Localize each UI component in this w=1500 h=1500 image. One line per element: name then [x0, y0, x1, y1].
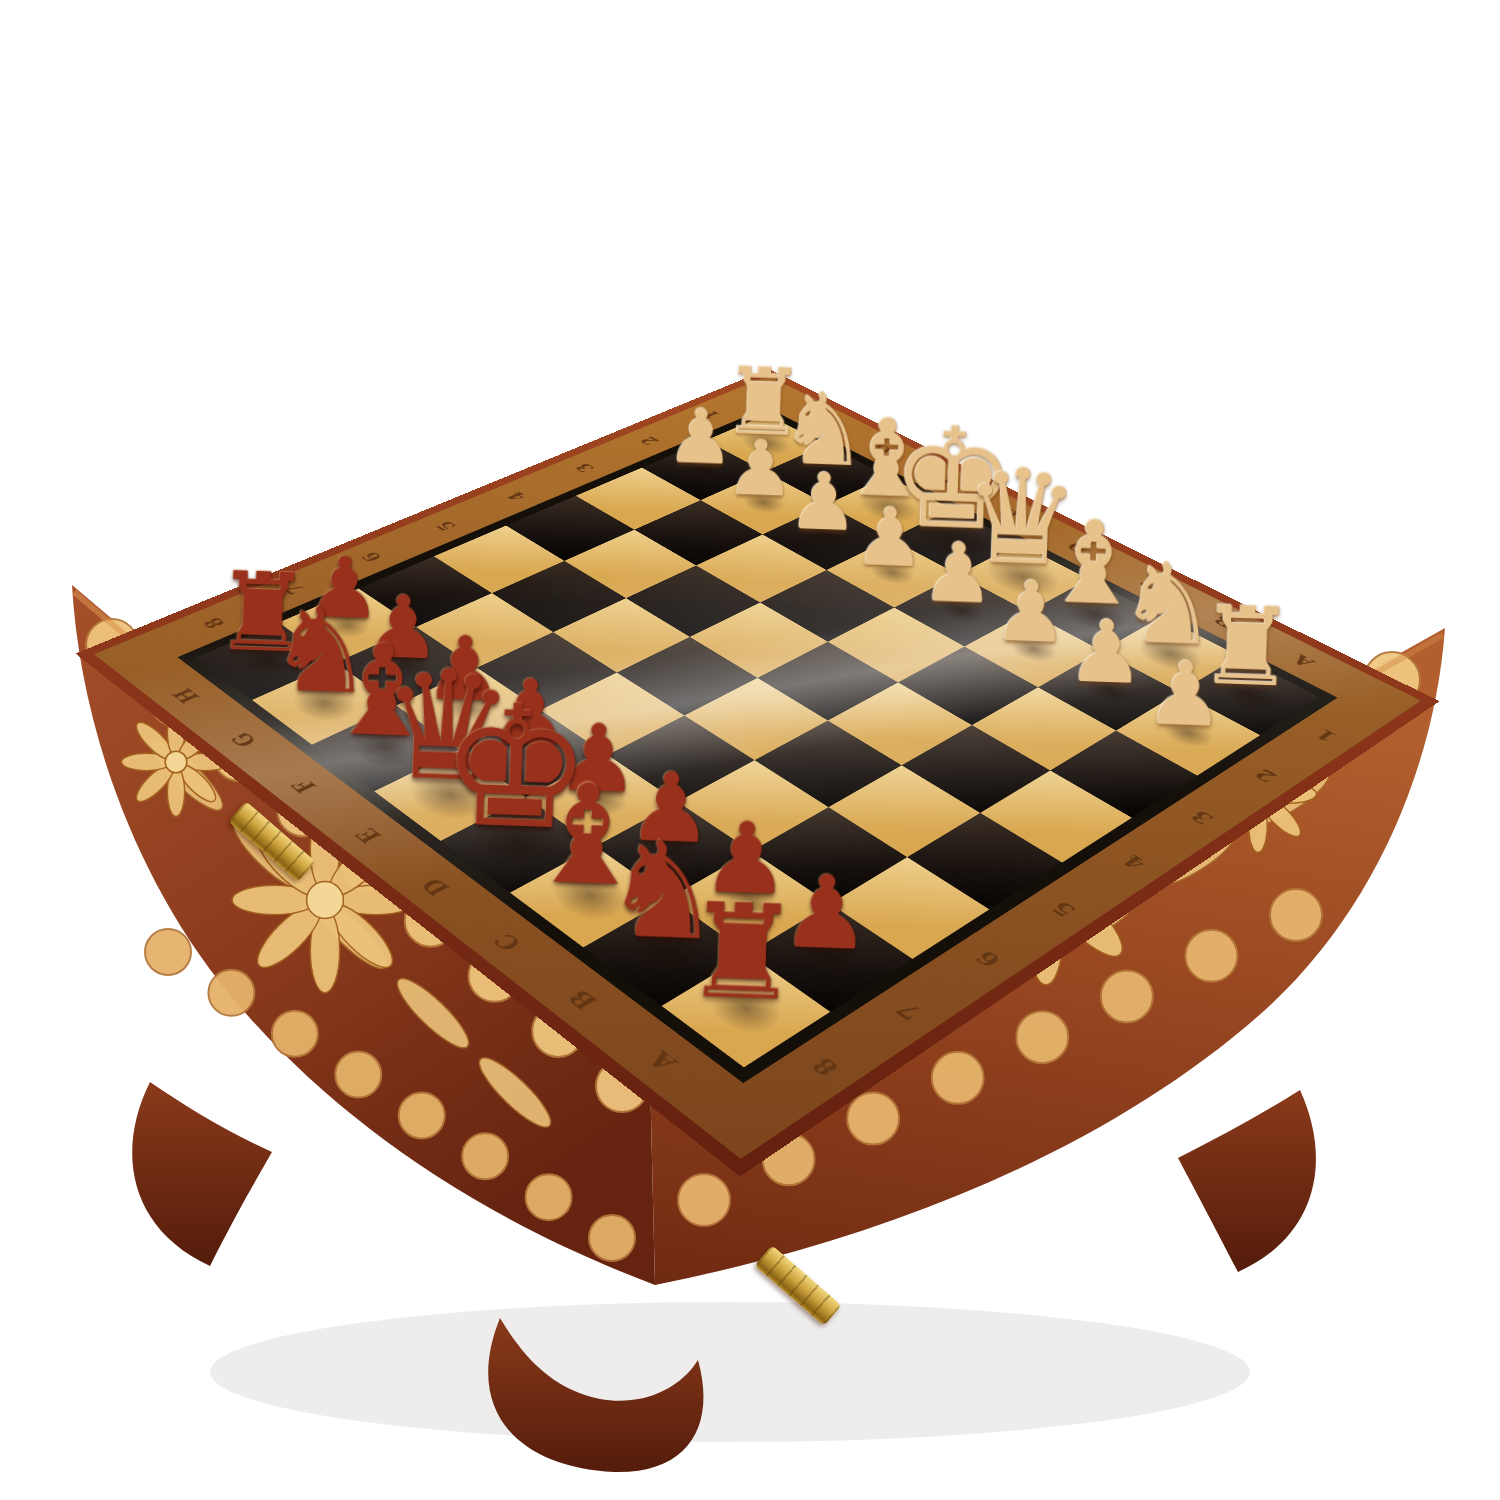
board-stage: HHGGFFEEDDCCBBAA1122334455667788 ♜♞♝♛♚♝♞…: [258, 178, 1256, 1176]
piece-white-pawn-a2[interactable]: ♟: [1112, 652, 1258, 738]
ground-shadow: [210, 1302, 1250, 1442]
piece-red-rook-a8[interactable]: ♜: [656, 889, 829, 1015]
board-perspective-tilt: HHGGFFEEDDCCBBAA1122334455667788 ♜♞♝♛♚♝♞…: [258, 178, 1256, 1176]
box-foot-left: [132, 1082, 272, 1266]
